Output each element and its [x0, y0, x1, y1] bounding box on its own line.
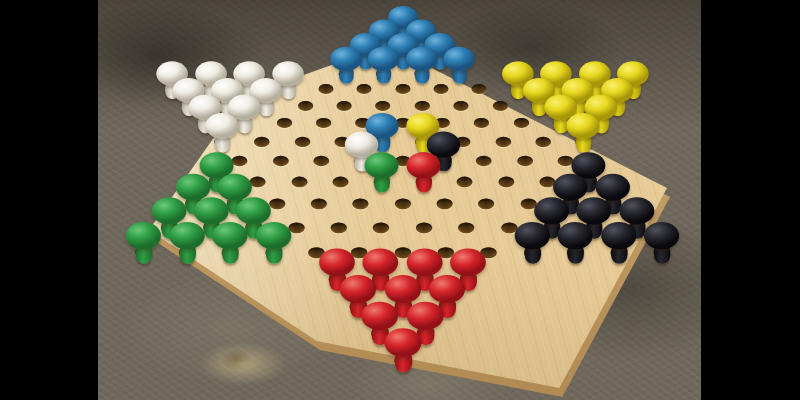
hole-opening [331, 222, 347, 233]
board-hole[interactable] [322, 215, 362, 240]
board-hole[interactable] [383, 192, 423, 215]
peg-cap [194, 197, 229, 224]
hole-opening [476, 156, 492, 166]
peg-cap [384, 328, 421, 357]
peg-cap [213, 222, 248, 250]
screenshot-canvas: Chinese Checkers [0, 0, 800, 400]
peg-cap [368, 47, 399, 71]
board-hole[interactable] [443, 215, 483, 240]
hole-opening [395, 198, 411, 209]
board-hole[interactable] [484, 171, 524, 192]
letterbox-left [0, 0, 98, 400]
hole-opening [319, 84, 334, 94]
board-hole[interactable] [362, 171, 402, 192]
hole-opening [395, 84, 410, 94]
board-hole[interactable] [403, 215, 443, 240]
board-hole[interactable] [342, 81, 382, 97]
board-hole[interactable] [585, 240, 625, 266]
chinese-checkers-board [149, 45, 667, 388]
hole-opening [415, 100, 430, 110]
hole-opening [454, 100, 469, 110]
peg-red [383, 328, 422, 372]
hole-opening [292, 176, 308, 187]
countertop-photo [98, 0, 701, 400]
hole-opening [255, 136, 270, 146]
board-hole[interactable] [362, 97, 402, 114]
board-hole[interactable] [403, 97, 443, 114]
hole-opening [457, 176, 473, 187]
peg-cap [151, 197, 186, 224]
board-hole[interactable] [241, 132, 281, 151]
peg-cap [407, 248, 443, 276]
peg-cap [644, 222, 679, 250]
board-hole[interactable] [463, 192, 503, 215]
peg-cap [319, 248, 355, 276]
board-hole[interactable] [423, 81, 463, 97]
peg-cap [206, 113, 239, 139]
hole-opening [357, 84, 372, 94]
peg-cap [340, 275, 376, 303]
board-hole[interactable] [322, 67, 362, 81]
hole-opening [337, 100, 352, 110]
letterbox-right [701, 0, 800, 400]
hole-opening [298, 100, 313, 110]
board-hole[interactable] [443, 97, 483, 114]
board-hole[interactable] [282, 97, 322, 114]
peg-cap [619, 197, 654, 224]
hole-opening [536, 136, 551, 146]
hole-opening [474, 118, 489, 128]
hole-opening [434, 84, 449, 94]
hole-opening [437, 198, 453, 209]
hole-opening [373, 222, 389, 233]
peg-cap [362, 301, 399, 330]
board-hole[interactable] [423, 192, 463, 215]
peg-cap [256, 222, 291, 250]
board-hole[interactable] [262, 114, 302, 132]
peg-yellow [566, 113, 601, 152]
hole-opening [295, 136, 310, 146]
hole-opening [458, 222, 474, 233]
peg-cap [363, 248, 399, 276]
peg-green [168, 222, 205, 264]
board-hole[interactable] [282, 171, 322, 192]
peg-cap [451, 248, 487, 276]
board-hole[interactable] [383, 347, 423, 374]
board-hole[interactable] [524, 132, 564, 151]
board-hole[interactable] [403, 67, 443, 81]
hole-opening [273, 156, 289, 166]
board-hole[interactable] [282, 132, 322, 151]
board-hole[interactable] [342, 192, 382, 215]
board-hole[interactable] [383, 81, 423, 97]
board-hole[interactable] [302, 192, 342, 215]
peg-red [406, 152, 442, 192]
peg-blue [443, 47, 476, 84]
hole-opening [517, 156, 533, 166]
peg-cap [444, 47, 475, 71]
board-hole[interactable] [443, 171, 483, 192]
peg-cap [407, 152, 441, 179]
hole-opening [495, 136, 510, 146]
hole-opening [316, 118, 331, 128]
board-hole[interactable] [544, 240, 584, 266]
peg-cap [407, 301, 444, 330]
board-hole[interactable] [403, 171, 443, 192]
peg-cap [567, 113, 600, 139]
peg-cap [170, 222, 205, 250]
board-hole[interactable] [625, 240, 665, 266]
board-hole[interactable] [262, 151, 302, 171]
board-hole[interactable] [564, 132, 604, 151]
peg-black [643, 222, 680, 264]
hole-opening [479, 198, 495, 209]
board-hole[interactable] [504, 151, 544, 171]
peg-cap [126, 222, 161, 250]
board-hole[interactable] [504, 240, 544, 266]
hole-opening [314, 156, 330, 166]
hole-opening [376, 100, 391, 110]
peg-cap [331, 47, 362, 71]
board-hole[interactable] [463, 151, 503, 171]
hole-opening [353, 198, 369, 209]
peg-blue [405, 47, 438, 84]
hole-opening [514, 118, 529, 128]
peg-cap [406, 47, 437, 71]
peg-green [364, 152, 400, 192]
board-hole[interactable] [322, 171, 362, 192]
hole-opening [498, 176, 514, 187]
board-hole[interactable] [322, 97, 362, 114]
board-hole[interactable] [362, 215, 402, 240]
board-hole[interactable] [362, 67, 402, 81]
holes-grid [140, 25, 665, 374]
peg-cap [429, 275, 465, 303]
board-hole[interactable] [443, 67, 483, 81]
peg-cap [385, 275, 421, 303]
peg-green [255, 222, 292, 264]
board-hole[interactable] [302, 81, 342, 97]
peg-cap [365, 152, 399, 179]
peg-blue [367, 47, 400, 84]
hole-opening [472, 84, 487, 94]
board-hole[interactable] [201, 132, 241, 151]
peg-blue [330, 47, 363, 84]
board-hole[interactable] [504, 114, 544, 132]
peg-white [205, 113, 240, 152]
board-hole[interactable] [302, 151, 342, 171]
hole-opening [311, 198, 327, 209]
hole-opening [416, 222, 432, 233]
peg-cap [237, 197, 272, 224]
board-hole[interactable] [463, 114, 503, 132]
peg-green [212, 222, 249, 264]
board-hole[interactable] [302, 114, 342, 132]
peg-green [125, 222, 162, 264]
hole-opening [333, 176, 349, 187]
hole-opening [277, 118, 292, 128]
board-hole[interactable] [484, 132, 524, 151]
board-hole[interactable] [484, 97, 524, 114]
hole-opening [493, 100, 508, 110]
